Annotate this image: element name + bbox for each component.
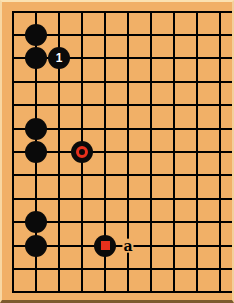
- stone-black-e3: [94, 235, 116, 257]
- grid-line-v-9: [219, 11, 221, 294]
- grid-line-v-7: [173, 11, 175, 294]
- stone-black-b8: [25, 118, 47, 140]
- grid-line-h-7: [12, 174, 232, 176]
- stone-black-b12: [25, 24, 47, 46]
- grid-line-h-12: [12, 291, 232, 293]
- grid-line-h-4: [12, 104, 232, 106]
- grid-line-h-0: [12, 11, 232, 13]
- stone-black-c11: 1: [48, 47, 70, 69]
- square-marker-icon: [101, 241, 110, 250]
- grid-line-v-6: [150, 11, 152, 294]
- circle-marker-icon: [76, 146, 88, 158]
- grid-line-v-8: [196, 11, 198, 294]
- stone-black-b3: [25, 235, 47, 257]
- grid-line-v-0: [12, 11, 14, 294]
- stone-black-d7: [71, 141, 93, 163]
- point-label-a: a: [122, 238, 133, 253]
- go-board: 1 a: [0, 0, 234, 303]
- stone-black-b4: [25, 211, 47, 233]
- grid-line-h-11: [12, 268, 232, 270]
- grid-line-h-8: [12, 198, 232, 200]
- grid-line-h-3: [12, 81, 232, 83]
- stone-black-b7: [25, 141, 47, 163]
- stone-black-b11: [25, 47, 47, 69]
